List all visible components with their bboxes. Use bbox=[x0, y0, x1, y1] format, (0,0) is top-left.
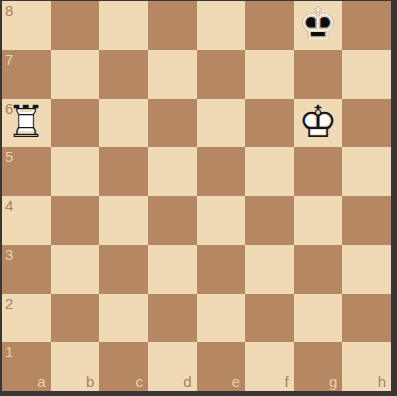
file-label-h: h bbox=[378, 374, 386, 389]
square-b5[interactable] bbox=[51, 147, 100, 196]
rank-label-7: 7 bbox=[5, 52, 13, 67]
square-g4[interactable] bbox=[294, 196, 343, 245]
square-a5[interactable]: 5 bbox=[2, 147, 51, 196]
square-c7[interactable] bbox=[99, 50, 148, 99]
square-h2[interactable] bbox=[342, 294, 391, 343]
rank-label-3: 3 bbox=[5, 247, 13, 262]
square-d7[interactable] bbox=[148, 50, 197, 99]
square-d5[interactable] bbox=[148, 147, 197, 196]
white-king-glyph-fill: ♚ bbox=[298, 98, 337, 146]
file-label-d: d bbox=[183, 374, 191, 389]
square-h3[interactable] bbox=[342, 245, 391, 294]
file-label-f: f bbox=[285, 374, 289, 389]
square-b7[interactable] bbox=[51, 50, 100, 99]
square-h1[interactable]: h bbox=[342, 342, 391, 391]
file-label-a: a bbox=[37, 374, 45, 389]
rank-label-2: 2 bbox=[5, 296, 13, 311]
black-king[interactable]: ♚♔ bbox=[294, 1, 343, 50]
square-d6[interactable] bbox=[148, 99, 197, 148]
square-b6[interactable] bbox=[51, 99, 100, 148]
square-f7[interactable] bbox=[245, 50, 294, 99]
square-d8[interactable] bbox=[148, 1, 197, 50]
square-e5[interactable] bbox=[197, 147, 246, 196]
square-e3[interactable] bbox=[197, 245, 246, 294]
square-c3[interactable] bbox=[99, 245, 148, 294]
square-a1[interactable]: 1a bbox=[2, 342, 51, 391]
square-c4[interactable] bbox=[99, 196, 148, 245]
square-d2[interactable] bbox=[148, 294, 197, 343]
square-c8[interactable] bbox=[99, 1, 148, 50]
square-c2[interactable] bbox=[99, 294, 148, 343]
square-g1[interactable]: g bbox=[294, 342, 343, 391]
square-g7[interactable] bbox=[294, 50, 343, 99]
rank-label-5: 5 bbox=[5, 149, 13, 164]
square-d1[interactable]: d bbox=[148, 342, 197, 391]
square-e7[interactable] bbox=[197, 50, 246, 99]
chess-board: 8♚♔76♜♖♚♔54321abcdefgh bbox=[2, 1, 391, 391]
file-label-g: g bbox=[329, 374, 337, 389]
square-g2[interactable] bbox=[294, 294, 343, 343]
square-g5[interactable] bbox=[294, 147, 343, 196]
square-a4[interactable]: 4 bbox=[2, 196, 51, 245]
square-a6[interactable]: 6♜♖ bbox=[2, 99, 51, 148]
square-e2[interactable] bbox=[197, 294, 246, 343]
square-g8[interactable]: ♚♔ bbox=[294, 1, 343, 50]
square-h7[interactable] bbox=[342, 50, 391, 99]
square-f1[interactable]: f bbox=[245, 342, 294, 391]
square-c6[interactable] bbox=[99, 99, 148, 148]
rank-label-4: 4 bbox=[5, 198, 13, 213]
square-a2[interactable]: 2 bbox=[2, 294, 51, 343]
square-g6[interactable]: ♚♔ bbox=[294, 99, 343, 148]
square-h4[interactable] bbox=[342, 196, 391, 245]
white-rook-glyph-fill: ♜ bbox=[7, 98, 46, 146]
square-g3[interactable] bbox=[294, 245, 343, 294]
square-h8[interactable] bbox=[342, 1, 391, 50]
file-label-c: c bbox=[135, 374, 143, 389]
square-a3[interactable]: 3 bbox=[2, 245, 51, 294]
square-d4[interactable] bbox=[148, 196, 197, 245]
square-d3[interactable] bbox=[148, 245, 197, 294]
square-f2[interactable] bbox=[245, 294, 294, 343]
square-c1[interactable]: c bbox=[99, 342, 148, 391]
square-h5[interactable] bbox=[342, 147, 391, 196]
square-f3[interactable] bbox=[245, 245, 294, 294]
square-f6[interactable] bbox=[245, 99, 294, 148]
chess-board-frame: 8♚♔76♜♖♚♔54321abcdefgh bbox=[0, 0, 397, 396]
white-king-glyph-outline: ♔ bbox=[298, 98, 337, 146]
black-king-glyph-fill: ♚ bbox=[298, 0, 337, 48]
file-label-e: e bbox=[232, 374, 240, 389]
square-a8[interactable]: 8 bbox=[2, 1, 51, 50]
white-king[interactable]: ♚♔ bbox=[294, 99, 343, 148]
square-b3[interactable] bbox=[51, 245, 100, 294]
square-b4[interactable] bbox=[51, 196, 100, 245]
black-king-glyph-outline: ♔ bbox=[298, 0, 337, 48]
white-rook[interactable]: ♜♖ bbox=[2, 99, 51, 148]
square-e4[interactable] bbox=[197, 196, 246, 245]
square-e1[interactable]: e bbox=[197, 342, 246, 391]
rank-label-8: 8 bbox=[5, 3, 13, 18]
square-h6[interactable] bbox=[342, 99, 391, 148]
rank-label-1: 1 bbox=[5, 344, 13, 359]
square-f5[interactable] bbox=[245, 147, 294, 196]
square-e6[interactable] bbox=[197, 99, 246, 148]
square-c5[interactable] bbox=[99, 147, 148, 196]
white-rook-glyph-outline: ♖ bbox=[7, 98, 46, 146]
square-f8[interactable] bbox=[245, 1, 294, 50]
square-b1[interactable]: b bbox=[51, 342, 100, 391]
square-b8[interactable] bbox=[51, 1, 100, 50]
square-f4[interactable] bbox=[245, 196, 294, 245]
square-b2[interactable] bbox=[51, 294, 100, 343]
square-a7[interactable]: 7 bbox=[2, 50, 51, 99]
file-label-b: b bbox=[86, 374, 94, 389]
square-e8[interactable] bbox=[197, 1, 246, 50]
